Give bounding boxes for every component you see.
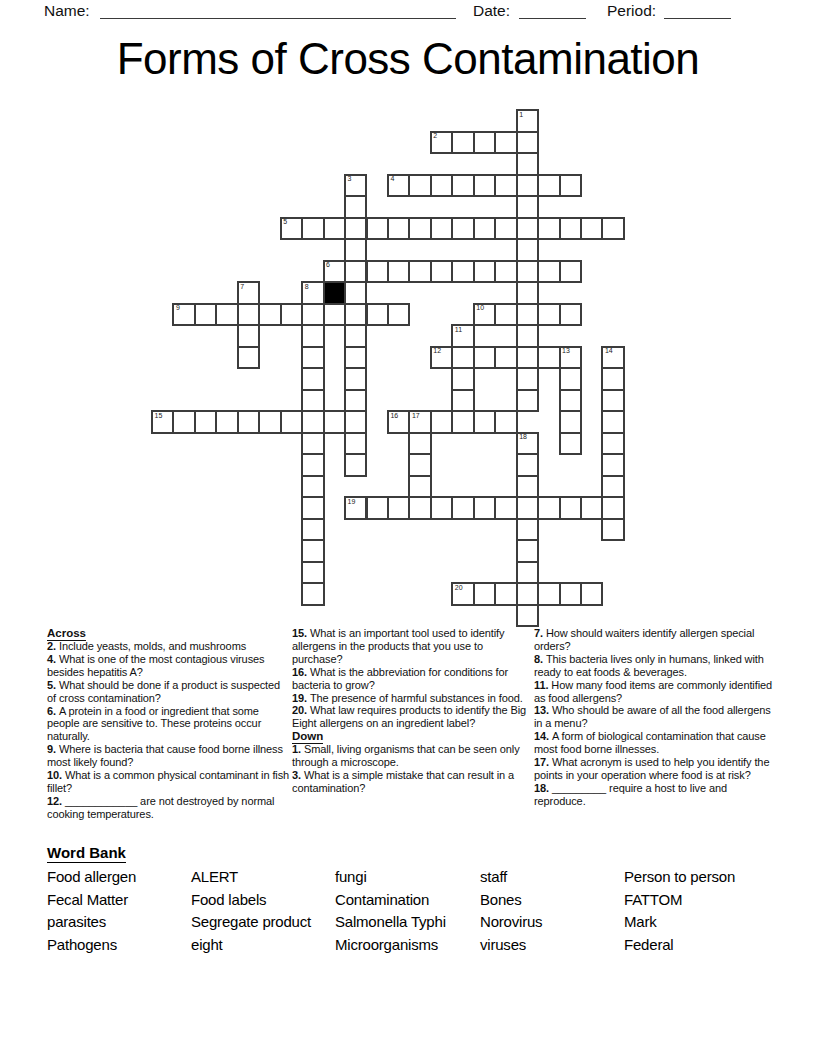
grid-cell-r9c9[interactable] bbox=[344, 303, 367, 327]
grid-cell-r8c7[interactable]: 8 bbox=[301, 281, 324, 305]
cell-number-3: 3 bbox=[348, 175, 352, 183]
grid-cell-r22c19[interactable] bbox=[559, 582, 582, 606]
grid-cell-r5c9[interactable] bbox=[344, 217, 367, 241]
clue-down-14: 14. A form of biological contamination t… bbox=[534, 730, 777, 756]
grid-cell-r14c9[interactable] bbox=[344, 410, 367, 434]
word-bank-list: Food allergenALERTfungistaffPerson to pe… bbox=[47, 866, 768, 956]
cell-number-10: 10 bbox=[476, 304, 484, 312]
grid-cell-r9c11[interactable] bbox=[387, 303, 410, 327]
grid-cell-r14c6[interactable] bbox=[280, 410, 303, 434]
grid-cell-r9c18[interactable] bbox=[537, 303, 560, 327]
grid-cell-r12c9[interactable] bbox=[344, 367, 367, 391]
clue-down-17: 17. What acronym is used to help you ide… bbox=[534, 756, 777, 782]
grid-cell-r13c17[interactable] bbox=[516, 389, 539, 413]
grid-cell-r23c17[interactable] bbox=[516, 604, 539, 628]
grid-cell-r17c17[interactable] bbox=[516, 475, 539, 499]
cell-number-12: 12 bbox=[433, 347, 441, 355]
grid-cell-r9c19[interactable] bbox=[559, 303, 582, 327]
word-bank-item: Food labels bbox=[191, 889, 335, 912]
grid-cell-r18c14[interactable] bbox=[451, 496, 474, 520]
grid-cell-r11c4[interactable] bbox=[237, 346, 260, 370]
grid-cell-r7c15[interactable] bbox=[473, 260, 496, 284]
grid-cell-r15c9[interactable] bbox=[344, 432, 367, 456]
word-bank-item: eight bbox=[191, 934, 335, 957]
grid-cell-r12c14[interactable] bbox=[451, 367, 474, 391]
grid-cell-r11c15[interactable] bbox=[473, 346, 496, 370]
grid-cell-r9c7[interactable] bbox=[301, 303, 324, 327]
grid-cell-r11c19[interactable]: 13 bbox=[559, 346, 582, 370]
grid-cell-r7c11[interactable] bbox=[387, 260, 410, 284]
grid-cell-r18c11[interactable] bbox=[387, 496, 410, 520]
clue-across-20: 20. What law requires products to identi… bbox=[292, 704, 535, 730]
clue-down-18: 18. _________ require a host to live and… bbox=[534, 782, 777, 808]
grid-cell-r14c7[interactable] bbox=[301, 410, 324, 434]
grid-cell-r11c7[interactable] bbox=[301, 346, 324, 370]
grid-cell-r7c16[interactable] bbox=[494, 260, 517, 284]
grid-cell-r4c17[interactable] bbox=[516, 195, 539, 219]
grid-cell-r7c10[interactable] bbox=[366, 260, 389, 284]
grid-cell-r14c1[interactable] bbox=[172, 410, 195, 434]
grid-cell-r9c8[interactable] bbox=[323, 303, 346, 327]
grid-cell-r4c9[interactable] bbox=[344, 195, 367, 219]
grid-cell-r20c7[interactable] bbox=[301, 539, 324, 563]
grid-cell-r11c9[interactable] bbox=[344, 346, 367, 370]
grid-cell-r15c17[interactable]: 18 bbox=[516, 432, 539, 456]
grid-cell-r18c10[interactable] bbox=[366, 496, 389, 520]
clue-across-12: 12. ____________ are not destroyed by no… bbox=[47, 795, 290, 821]
grid-cell-r14c0[interactable]: 15 bbox=[151, 410, 174, 434]
grid-cell-r5c18[interactable] bbox=[537, 217, 560, 241]
grid-cell-r5c11[interactable] bbox=[387, 217, 410, 241]
grid-cell-r0c17[interactable]: 1 bbox=[516, 109, 539, 133]
grid-cell-r18c12[interactable] bbox=[408, 496, 431, 520]
grid-cell-r10c9[interactable] bbox=[344, 324, 367, 348]
grid-cell-r5c20[interactable] bbox=[580, 217, 603, 241]
clue-down-13: 13. Who should be aware of all the food … bbox=[534, 704, 777, 730]
grid-cell-r14c5[interactable] bbox=[258, 410, 281, 434]
grid-cell-r7c18[interactable] bbox=[537, 260, 560, 284]
grid-cell-r13c19[interactable] bbox=[559, 389, 582, 413]
clue-down-7: 7. How should waiters identify allergen … bbox=[534, 627, 777, 653]
name-label: Name: bbox=[44, 2, 90, 20]
grid-cell-r17c21[interactable] bbox=[601, 475, 624, 499]
grid-cell-r13c14[interactable] bbox=[451, 389, 474, 413]
grid-cell-r21c17[interactable] bbox=[516, 561, 539, 585]
grid-cell-r14c12[interactable]: 17 bbox=[408, 410, 431, 434]
grid-cell-r18c20[interactable] bbox=[580, 496, 603, 520]
down-header: Down bbox=[292, 730, 535, 743]
clue-column-2: 15. What is an important tool used to id… bbox=[292, 627, 535, 795]
grid-cell-r14c13[interactable] bbox=[430, 410, 453, 434]
word-bank-item: staff bbox=[480, 866, 624, 889]
grid-cell-r3c13[interactable] bbox=[430, 174, 453, 198]
grid-cell-r20c17[interactable] bbox=[516, 539, 539, 563]
word-bank-item: Bones bbox=[480, 889, 624, 912]
grid-cell-r7c12[interactable] bbox=[408, 260, 431, 284]
grid-cell-r18c17[interactable] bbox=[516, 496, 539, 520]
grid-cell-r16c7[interactable] bbox=[301, 453, 324, 477]
clue-across-15: 15. What is an important tool used to id… bbox=[292, 627, 535, 666]
grid-cell-r7c8[interactable]: 6 bbox=[323, 260, 346, 284]
grid-cell-r18c18[interactable] bbox=[537, 496, 560, 520]
clue-across-16: 16. What is the abbreviation for conditi… bbox=[292, 666, 535, 692]
grid-cell-r17c7[interactable] bbox=[301, 475, 324, 499]
word-bank-item: Fecal Matter bbox=[47, 889, 191, 912]
grid-cell-r14c16[interactable] bbox=[494, 410, 517, 434]
grid-cell-r5c21[interactable] bbox=[601, 217, 624, 241]
grid-cell-r1c16[interactable] bbox=[494, 131, 517, 155]
grid-cell-r19c21[interactable] bbox=[601, 518, 624, 542]
clue-column-3: 7. How should waiters identify allergen … bbox=[534, 627, 777, 808]
grid-cell-r1c17[interactable] bbox=[516, 131, 539, 155]
grid-cell-r18c16[interactable] bbox=[494, 496, 517, 520]
word-bank-item: Person to person bbox=[624, 866, 768, 889]
grid-cell-r3c9[interactable]: 3 bbox=[344, 174, 367, 198]
clue-across-6: 6. A protein in a food or ingredient tha… bbox=[47, 705, 290, 744]
grid-cell-r14c2[interactable] bbox=[194, 410, 217, 434]
clue-down-3: 3. What is a simple mistake that can res… bbox=[292, 769, 535, 795]
clue-down-1: 1. Small, living organisms that can be s… bbox=[292, 743, 535, 769]
grid-cell-r3c18[interactable] bbox=[537, 174, 560, 198]
grid-cell-r6c9[interactable] bbox=[344, 238, 367, 262]
cell-number-17: 17 bbox=[412, 412, 420, 420]
cell-number-5: 5 bbox=[283, 218, 287, 226]
grid-cell-r13c9[interactable] bbox=[344, 389, 367, 413]
grid-cell-r1c15[interactable] bbox=[473, 131, 496, 155]
grid-cell-r10c14[interactable]: 11 bbox=[451, 324, 474, 348]
grid-cell-r11c17[interactable] bbox=[516, 346, 539, 370]
date-line[interactable] bbox=[519, 3, 586, 19]
grid-cell-r22c17[interactable] bbox=[516, 582, 539, 606]
grid-cell-r14c15[interactable] bbox=[473, 410, 496, 434]
grid-cell-r3c11[interactable]: 4 bbox=[387, 174, 410, 198]
grid-cell-r11c21[interactable]: 14 bbox=[601, 346, 624, 370]
grid-cell-r3c15[interactable] bbox=[473, 174, 496, 198]
grid-cell-r11c16[interactable] bbox=[494, 346, 517, 370]
across-clues-part1: 2. Include yeasts, molds, and mushrooms4… bbox=[47, 640, 290, 821]
grid-cell-r6c17[interactable] bbox=[516, 238, 539, 262]
grid-cell-r10c17[interactable] bbox=[516, 324, 539, 348]
grid-cell-r3c17[interactable] bbox=[516, 174, 539, 198]
grid-cell-r22c18[interactable] bbox=[537, 582, 560, 606]
word-bank-item: Mark bbox=[624, 911, 768, 934]
grid-cell-r21c7[interactable] bbox=[301, 561, 324, 585]
grid-cell-r15c19[interactable] bbox=[559, 432, 582, 456]
down-clues-part1: 1. Small, living organisms that can be s… bbox=[292, 743, 535, 795]
grid-cell-r16c17[interactable] bbox=[516, 453, 539, 477]
clue-across-10: 10. What is a common physical contaminan… bbox=[47, 769, 290, 795]
grid-cell-r5c6[interactable]: 5 bbox=[280, 217, 303, 241]
grid-cell-r18c21[interactable] bbox=[601, 496, 624, 520]
word-bank-item: Segregate product bbox=[191, 911, 335, 934]
cell-number-15: 15 bbox=[155, 412, 163, 420]
grid-cell-r22c20[interactable] bbox=[580, 582, 603, 606]
cell-number-4: 4 bbox=[390, 175, 394, 183]
word-bank-item: viruses bbox=[480, 934, 624, 957]
grid-cell-r15c12[interactable] bbox=[408, 432, 431, 456]
grid-cell-r5c16[interactable] bbox=[494, 217, 517, 241]
grid-cell-r14c3[interactable] bbox=[215, 410, 238, 434]
blocked-cell bbox=[323, 281, 346, 305]
grid-cell-r5c10[interactable] bbox=[366, 217, 389, 241]
grid-cell-r18c7[interactable] bbox=[301, 496, 324, 520]
grid-cell-r14c19[interactable] bbox=[559, 410, 582, 434]
grid-cell-r9c15[interactable]: 10 bbox=[473, 303, 496, 327]
grid-cell-r10c4[interactable] bbox=[237, 324, 260, 348]
cell-number-18: 18 bbox=[519, 433, 527, 441]
grid-cell-r22c16[interactable] bbox=[494, 582, 517, 606]
grid-cell-r14c11[interactable]: 16 bbox=[387, 410, 410, 434]
grid-cell-r5c13[interactable] bbox=[430, 217, 453, 241]
grid-cell-r14c14[interactable] bbox=[451, 410, 474, 434]
grid-cell-r22c7[interactable] bbox=[301, 582, 324, 606]
grid-cell-r19c7[interactable] bbox=[301, 518, 324, 542]
grid-cell-r9c1[interactable]: 9 bbox=[172, 303, 195, 327]
grid-cell-r3c19[interactable] bbox=[559, 174, 582, 198]
grid-cell-r7c13[interactable] bbox=[430, 260, 453, 284]
cell-number-13: 13 bbox=[562, 347, 570, 355]
grid-cell-r18c15[interactable] bbox=[473, 496, 496, 520]
grid-cell-r15c21[interactable] bbox=[601, 432, 624, 456]
grid-cell-r12c19[interactable] bbox=[559, 367, 582, 391]
word-bank-item: Pathogens bbox=[47, 934, 191, 957]
grid-cell-r14c21[interactable] bbox=[601, 410, 624, 434]
grid-cell-r9c3[interactable] bbox=[215, 303, 238, 327]
grid-cell-r9c5[interactable] bbox=[258, 303, 281, 327]
grid-cell-r7c9[interactable] bbox=[344, 260, 367, 284]
grid-cell-r18c9[interactable]: 19 bbox=[344, 496, 367, 520]
grid-cell-r7c17[interactable] bbox=[516, 260, 539, 284]
cell-number-6: 6 bbox=[326, 261, 330, 269]
grid-cell-r9c4[interactable] bbox=[237, 303, 260, 327]
clue-down-8: 8. This bacteria lives only in humans, l… bbox=[534, 653, 777, 679]
grid-cell-r11c14[interactable] bbox=[451, 346, 474, 370]
cell-number-11: 11 bbox=[455, 326, 462, 334]
grid-cell-r18c19[interactable] bbox=[559, 496, 582, 520]
clue-column-1: Across 2. Include yeasts, molds, and mus… bbox=[47, 627, 290, 821]
page-title: Forms of Cross Contamination bbox=[0, 34, 816, 84]
worksheet-header: Name: Date: Period: bbox=[0, 2, 816, 22]
grid-cell-r5c15[interactable] bbox=[473, 217, 496, 241]
word-bank-item: fungi bbox=[335, 866, 480, 889]
grid-cell-r17c12[interactable] bbox=[408, 475, 431, 499]
grid-cell-r16c9[interactable] bbox=[344, 453, 367, 477]
clue-across-2: 2. Include yeasts, molds, and mushrooms bbox=[47, 640, 290, 653]
grid-cell-r12c21[interactable] bbox=[601, 367, 624, 391]
cell-number-14: 14 bbox=[605, 347, 613, 355]
cell-number-16: 16 bbox=[390, 412, 398, 420]
cell-number-9: 9 bbox=[176, 304, 180, 312]
grid-cell-r22c14[interactable]: 20 bbox=[451, 582, 474, 606]
across-header: Across bbox=[47, 627, 290, 640]
grid-cell-r11c18[interactable] bbox=[537, 346, 560, 370]
grid-cell-r8c9[interactable] bbox=[344, 281, 367, 305]
grid-cell-r5c19[interactable] bbox=[559, 217, 582, 241]
word-bank-item: ALERT bbox=[191, 866, 335, 889]
cell-number-20: 20 bbox=[455, 584, 463, 592]
grid-cell-r19c17[interactable] bbox=[516, 518, 539, 542]
grid-cell-r8c17[interactable] bbox=[516, 281, 539, 305]
grid-cell-r16c12[interactable] bbox=[408, 453, 431, 477]
grid-cell-r7c14[interactable] bbox=[451, 260, 474, 284]
grid-cell-r7c19[interactable] bbox=[559, 260, 582, 284]
word-bank-item: Norovirus bbox=[480, 911, 624, 934]
grid-cell-r9c10[interactable] bbox=[366, 303, 389, 327]
date-label: Date: bbox=[473, 2, 510, 20]
grid-cell-r13c21[interactable] bbox=[601, 389, 624, 413]
word-bank-item: Food allergen bbox=[47, 866, 191, 889]
period-label: Period: bbox=[607, 2, 656, 20]
grid-cell-r18c13[interactable] bbox=[430, 496, 453, 520]
word-bank-item: Salmonella Typhi bbox=[335, 911, 480, 934]
grid-cell-r10c7[interactable] bbox=[301, 324, 324, 348]
grid-cell-r16c21[interactable] bbox=[601, 453, 624, 477]
cell-number-7: 7 bbox=[240, 283, 244, 291]
clue-across-4: 4. What is one of the most contagious vi… bbox=[47, 653, 290, 679]
clue-across-19: 19. The presence of harmful substances i… bbox=[292, 692, 535, 705]
crossword-grid: 1234567891011121314151617181920 bbox=[151, 109, 627, 627]
grid-cell-r9c17[interactable] bbox=[516, 303, 539, 327]
cell-number-19: 19 bbox=[348, 498, 356, 506]
clue-across-5: 5. What should be done if a product is s… bbox=[47, 679, 290, 705]
grid-cell-r14c8[interactable] bbox=[323, 410, 346, 434]
down-clues-part2: 7. How should waiters identify allergen … bbox=[534, 627, 777, 808]
grid-cell-r12c17[interactable] bbox=[516, 367, 539, 391]
grid-cell-r9c6[interactable] bbox=[280, 303, 303, 327]
period-line[interactable] bbox=[664, 3, 731, 19]
grid-cell-r14c4[interactable] bbox=[237, 410, 260, 434]
cell-number-8: 8 bbox=[305, 283, 309, 291]
grid-cell-r5c12[interactable] bbox=[408, 217, 431, 241]
grid-cell-r5c8[interactable] bbox=[323, 217, 346, 241]
grid-cell-r5c14[interactable] bbox=[451, 217, 474, 241]
grid-cell-r3c16[interactable] bbox=[494, 174, 517, 198]
grid-cell-r3c14[interactable] bbox=[451, 174, 474, 198]
grid-cell-r3c12[interactable] bbox=[408, 174, 431, 198]
grid-cell-r22c15[interactable] bbox=[473, 582, 496, 606]
grid-cell-r13c7[interactable] bbox=[301, 389, 324, 413]
word-bank-header: Word Bank bbox=[47, 844, 126, 861]
cell-number-2: 2 bbox=[433, 132, 437, 140]
clue-across-9: 9. Where is bacteria that cause food bor… bbox=[47, 743, 290, 769]
grid-cell-r1c13[interactable]: 2 bbox=[430, 131, 453, 155]
grid-cell-r9c2[interactable] bbox=[194, 303, 217, 327]
grid-cell-r1c14[interactable] bbox=[451, 131, 474, 155]
grid-cell-r2c17[interactable] bbox=[516, 152, 539, 176]
word-bank-item: Federal bbox=[624, 934, 768, 957]
word-bank-item: Microorganisms bbox=[335, 934, 480, 957]
grid-cell-r11c13[interactable]: 12 bbox=[430, 346, 453, 370]
grid-cell-r5c17[interactable] bbox=[516, 217, 539, 241]
word-bank-item: Contamination bbox=[335, 889, 480, 912]
name-line[interactable] bbox=[100, 3, 456, 19]
grid-cell-r12c7[interactable] bbox=[301, 367, 324, 391]
grid-cell-r9c16[interactable] bbox=[494, 303, 517, 327]
word-bank-item: FATTOM bbox=[624, 889, 768, 912]
grid-cell-r8c4[interactable]: 7 bbox=[237, 281, 260, 305]
grid-cell-r15c7[interactable] bbox=[301, 432, 324, 456]
grid-cell-r5c7[interactable] bbox=[301, 217, 324, 241]
word-bank-item: parasites bbox=[47, 911, 191, 934]
clue-down-11: 11. How many food items are commonly ide… bbox=[534, 679, 777, 705]
cell-number-1: 1 bbox=[519, 111, 523, 119]
across-clues-part2: 15. What is an important tool used to id… bbox=[292, 627, 535, 730]
